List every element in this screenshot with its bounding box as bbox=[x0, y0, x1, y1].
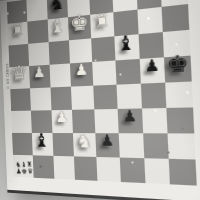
square-f2 bbox=[118, 133, 143, 158]
square-h7 bbox=[162, 4, 189, 32]
square-b2: ♝ bbox=[32, 133, 53, 156]
square-h5: ♚ bbox=[164, 56, 192, 83]
piece-white-pawn: ♟ bbox=[55, 110, 69, 125]
square-f6: ♝ bbox=[114, 34, 139, 60]
square-d2: ♞ bbox=[73, 133, 96, 157]
board-grid: ♞♜♝♚♜♝♛♟♟♟♚♟♟♝♞♟ bbox=[7, 0, 197, 186]
square-c2 bbox=[52, 133, 74, 156]
square-d5: ♟ bbox=[70, 62, 93, 87]
square-d7: ♚ bbox=[68, 15, 91, 41]
square-b5: ♟ bbox=[29, 65, 50, 89]
square-c3: ♟ bbox=[51, 110, 73, 133]
square-b8 bbox=[26, 0, 47, 22]
square-g7 bbox=[137, 7, 163, 34]
square-e5 bbox=[92, 60, 116, 85]
square-e6 bbox=[91, 36, 115, 62]
emblem-row: ♟♚♛ bbox=[16, 168, 34, 175]
square-c7: ♝ bbox=[47, 17, 69, 42]
square-g6 bbox=[138, 32, 164, 59]
piece-black-pawn: ♟ bbox=[144, 58, 160, 75]
piece-black-pawn: ♟ bbox=[122, 109, 138, 125]
square-c6 bbox=[48, 40, 70, 65]
corner-pieces-emblem-icon: ♞♝♜ ♟♚♛ bbox=[14, 162, 35, 176]
chess-board: ♞♜♝♚♜♝♛♟♟♟♚♟♟♝♞♟ © US CHESS US CHESS ♞♝♜… bbox=[0, 0, 200, 200]
square-d4 bbox=[71, 86, 94, 110]
piece-black-pawn: ♟ bbox=[100, 133, 115, 149]
square-c5 bbox=[49, 63, 71, 87]
square-g1 bbox=[144, 158, 171, 184]
square-b1 bbox=[33, 155, 54, 178]
piece-white-pawn: ♟ bbox=[33, 65, 46, 80]
piece-black-bishop: ♝ bbox=[117, 32, 137, 54]
piece-white-rook: ♜ bbox=[10, 21, 24, 39]
square-e3 bbox=[94, 109, 118, 133]
piece-black-knight: ♞ bbox=[49, 0, 65, 13]
square-g2 bbox=[143, 133, 169, 159]
square-f4 bbox=[116, 84, 141, 109]
square-g3 bbox=[141, 108, 167, 133]
square-d1 bbox=[74, 156, 97, 180]
piece-white-queen: ♛ bbox=[11, 63, 29, 84]
square-g4 bbox=[140, 83, 166, 109]
piece-black-bishop: ♝ bbox=[34, 131, 51, 150]
square-e4 bbox=[93, 85, 117, 110]
board-brand-text: © US CHESS bbox=[6, 70, 10, 89]
piece-white-knight: ♞ bbox=[76, 132, 93, 151]
board-photo: ♞♜♝♚♜♝♛♟♟♟♚♟♟♝♞♟ © US CHESS US CHESS ♞♝♜… bbox=[0, 0, 200, 200]
piece-white-pawn: ♟ bbox=[74, 62, 88, 78]
square-e7: ♜ bbox=[90, 12, 114, 38]
square-e2: ♟ bbox=[95, 133, 119, 157]
square-a7: ♜ bbox=[8, 22, 28, 46]
square-f5 bbox=[115, 59, 140, 85]
square-h2 bbox=[168, 133, 196, 159]
square-h4 bbox=[165, 81, 193, 107]
square-f1 bbox=[120, 158, 145, 184]
square-a5: ♛ bbox=[9, 66, 29, 89]
square-c4 bbox=[50, 87, 72, 111]
square-b4 bbox=[30, 87, 51, 110]
square-a3 bbox=[11, 111, 31, 133]
piece-white-bishop: ♝ bbox=[49, 15, 66, 36]
square-a2 bbox=[12, 133, 32, 155]
piece-black-king: ♚ bbox=[166, 52, 190, 77]
piece-white-rook: ♜ bbox=[93, 12, 110, 31]
square-b7 bbox=[27, 19, 48, 43]
square-f3: ♟ bbox=[117, 108, 142, 133]
piece-white-king: ♚ bbox=[70, 12, 90, 35]
square-c1 bbox=[53, 156, 75, 180]
square-h1 bbox=[169, 159, 197, 186]
square-h3 bbox=[167, 107, 195, 133]
square-e1 bbox=[96, 157, 120, 182]
square-a4 bbox=[10, 88, 30, 111]
square-g5: ♟ bbox=[139, 57, 165, 83]
